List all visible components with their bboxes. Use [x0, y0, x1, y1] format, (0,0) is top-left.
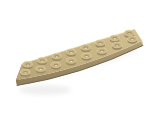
stud-highlight	[55, 65, 58, 66]
stud	[52, 53, 62, 61]
stud-highlight	[70, 61, 73, 62]
stud	[81, 45, 91, 53]
stud	[66, 49, 76, 57]
stud	[82, 53, 92, 61]
stud-highlight	[39, 69, 42, 70]
stud-highlight	[114, 38, 117, 39]
stud	[23, 62, 33, 70]
stud-highlight	[101, 51, 104, 52]
lego-plate-product-image	[0, 0, 160, 113]
lego-plate-render	[0, 0, 160, 113]
stud	[20, 69, 30, 77]
stud	[36, 66, 46, 74]
stud-highlight	[26, 64, 29, 65]
stud	[66, 58, 76, 66]
stud-highlight	[24, 72, 27, 73]
stud-highlight	[85, 56, 88, 57]
stud-highlight	[99, 43, 102, 44]
stud	[112, 42, 122, 50]
stud-highlight	[41, 60, 44, 61]
stud-highlight	[128, 33, 131, 34]
stud	[51, 62, 61, 70]
stud-highlight	[85, 48, 88, 49]
stud-highlight	[70, 52, 73, 53]
stud-highlight	[131, 39, 134, 40]
stud	[95, 40, 105, 48]
stud-highlight	[116, 45, 119, 46]
stud-highlight	[55, 56, 58, 57]
stud	[97, 48, 107, 56]
stud	[37, 58, 47, 66]
stud	[128, 36, 138, 44]
stud	[110, 35, 120, 43]
